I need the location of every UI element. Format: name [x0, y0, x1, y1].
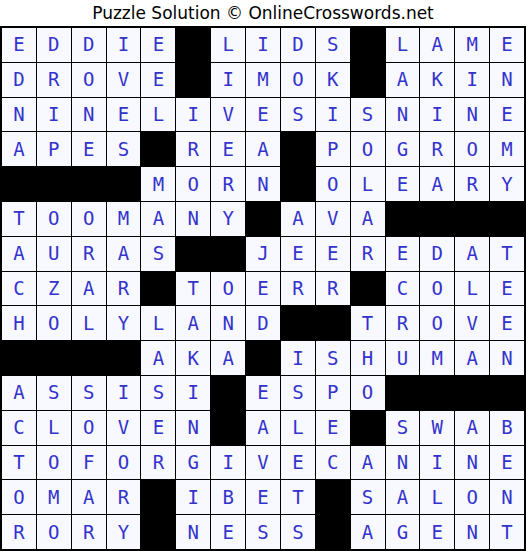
cell-r4c4: S: [107, 132, 141, 166]
cell-r9c11: T: [351, 306, 385, 340]
cell-r7c10: E: [316, 237, 350, 271]
cell-r4c11: O: [351, 132, 385, 166]
cell-r1c8: I: [246, 28, 280, 62]
cell-r3c15: E: [490, 98, 524, 132]
cell-r15c13: E: [420, 515, 454, 549]
cell-r11c11: O: [351, 376, 385, 410]
cell-r8c10: R: [316, 272, 350, 306]
cell-r3c6: I: [176, 98, 210, 132]
cell-r15c9: S: [281, 515, 315, 549]
cell-r13c11: A: [351, 446, 385, 480]
cell-r3c11: S: [351, 98, 385, 132]
cell-r8c2: Z: [37, 272, 71, 306]
cell-r11c4: I: [107, 376, 141, 410]
cell-r1c15: E: [490, 28, 524, 62]
cell-r14c8: E: [246, 480, 280, 514]
cell-r1c13: A: [420, 28, 454, 62]
cell-r4c8: A: [246, 132, 280, 166]
cell-r13c13: I: [420, 446, 454, 480]
cell-r3c13: I: [420, 98, 454, 132]
cell-r3c2: I: [37, 98, 71, 132]
cell-r4c14: O: [455, 132, 489, 166]
black-cell-r14c10: [316, 480, 350, 514]
black-cell-r4c5: [141, 132, 175, 166]
cell-r2c15: N: [490, 63, 524, 97]
cell-r4c6: R: [176, 132, 210, 166]
cell-r9c12: R: [386, 306, 420, 340]
black-cell-r10c3: [72, 341, 106, 375]
cell-r4c12: G: [386, 132, 420, 166]
cell-r13c8: V: [246, 446, 280, 480]
cell-r12c5: E: [141, 411, 175, 445]
cell-r13c15: E: [490, 446, 524, 480]
cell-r14c6: I: [176, 480, 210, 514]
cell-r12c9: L: [281, 411, 315, 445]
cell-r8c7: O: [211, 272, 245, 306]
cell-r14c12: A: [386, 480, 420, 514]
cell-r11c1: A: [2, 376, 36, 410]
cell-r7c2: U: [37, 237, 71, 271]
cell-r12c6: N: [176, 411, 210, 445]
cell-r14c9: T: [281, 480, 315, 514]
black-cell-r9c9: [281, 306, 315, 340]
black-cell-r10c2: [37, 341, 71, 375]
black-cell-r4c9: [281, 132, 315, 166]
black-cell-r11c14: [455, 376, 489, 410]
cell-r6c5: A: [141, 202, 175, 236]
cell-r1c5: E: [141, 28, 175, 62]
black-cell-r9c10: [316, 306, 350, 340]
cell-r13c1: T: [2, 446, 36, 480]
cell-r1c12: L: [386, 28, 420, 62]
cell-r7c5: S: [141, 237, 175, 271]
cell-r2c12: A: [386, 63, 420, 97]
crossword-grid: EDDIELIDSLAMEDROVEIMOKAKINNINELIVESISNIN…: [0, 26, 526, 551]
cell-r5c8: N: [246, 167, 280, 201]
black-cell-r8c5: [141, 272, 175, 306]
cell-r3c3: N: [72, 98, 106, 132]
cell-r15c6: N: [176, 515, 210, 549]
cell-r3c14: N: [455, 98, 489, 132]
cell-r10c15: N: [490, 341, 524, 375]
cell-r2c14: I: [455, 63, 489, 97]
cell-r12c3: O: [72, 411, 106, 445]
cell-r9c14: V: [455, 306, 489, 340]
cell-r14c1: O: [2, 480, 36, 514]
cell-r9c15: E: [490, 306, 524, 340]
black-cell-r5c1: [2, 167, 36, 201]
cell-r8c6: T: [176, 272, 210, 306]
black-cell-r2c6: [176, 63, 210, 97]
cell-r14c13: L: [420, 480, 454, 514]
black-cell-r1c11: [351, 28, 385, 62]
cell-r6c6: N: [176, 202, 210, 236]
black-cell-r11c15: [490, 376, 524, 410]
black-cell-r5c2: [37, 167, 71, 201]
cell-r13c10: C: [316, 446, 350, 480]
cell-r10c13: M: [420, 341, 454, 375]
cell-r3c1: N: [2, 98, 36, 132]
cell-r15c1: R: [2, 515, 36, 549]
cell-r9c6: A: [176, 306, 210, 340]
black-cell-r6c14: [455, 202, 489, 236]
cell-r14c7: B: [211, 480, 245, 514]
cell-r12c1: C: [2, 411, 36, 445]
cell-r15c14: N: [455, 515, 489, 549]
cell-r7c9: E: [281, 237, 315, 271]
cell-r1c9: D: [281, 28, 315, 62]
cell-r13c3: F: [72, 446, 106, 480]
cell-r3c12: N: [386, 98, 420, 132]
cell-r3c8: E: [246, 98, 280, 132]
black-cell-r5c3: [72, 167, 106, 201]
cell-r4c3: E: [72, 132, 106, 166]
cell-r4c13: R: [420, 132, 454, 166]
black-cell-r14c5: [141, 480, 175, 514]
black-cell-r6c13: [420, 202, 454, 236]
cell-r9c13: O: [420, 306, 454, 340]
black-cell-r7c7: [211, 237, 245, 271]
cell-r11c8: E: [246, 376, 280, 410]
cell-r3c5: L: [141, 98, 175, 132]
cell-r13c4: O: [107, 446, 141, 480]
cell-r11c5: S: [141, 376, 175, 410]
cell-r11c9: S: [281, 376, 315, 410]
cell-r5c5: M: [141, 167, 175, 201]
cell-r7c12: E: [386, 237, 420, 271]
cell-r9c2: O: [37, 306, 71, 340]
cell-r1c3: D: [72, 28, 106, 62]
cell-r9c3: L: [72, 306, 106, 340]
cell-r1c1: E: [2, 28, 36, 62]
black-cell-r8c11: [351, 272, 385, 306]
cell-r6c1: T: [2, 202, 36, 236]
cell-r6c11: A: [351, 202, 385, 236]
cell-r9c8: D: [246, 306, 280, 340]
cell-r5c12: E: [386, 167, 420, 201]
cell-r2c7: I: [211, 63, 245, 97]
cell-r7c3: R: [72, 237, 106, 271]
cell-r12c12: S: [386, 411, 420, 445]
cell-r5c15: Y: [490, 167, 524, 201]
cell-r12c15: B: [490, 411, 524, 445]
cell-r9c5: L: [141, 306, 175, 340]
cell-r12c13: W: [420, 411, 454, 445]
cell-r7c13: D: [420, 237, 454, 271]
cell-r13c12: N: [386, 446, 420, 480]
cell-r10c5: A: [141, 341, 175, 375]
cell-r2c10: K: [316, 63, 350, 97]
cell-r1c7: L: [211, 28, 245, 62]
cell-r9c4: Y: [107, 306, 141, 340]
cell-r13c5: R: [141, 446, 175, 480]
cell-r13c9: E: [281, 446, 315, 480]
title-bar: Puzzle Solution © OnlineCrosswords.net: [0, 0, 526, 26]
cell-r11c6: I: [176, 376, 210, 410]
cell-r12c2: L: [37, 411, 71, 445]
cell-r2c4: V: [107, 63, 141, 97]
cell-r15c3: R: [72, 515, 106, 549]
black-cell-r15c10: [316, 515, 350, 549]
cell-r4c1: A: [2, 132, 36, 166]
cell-r9c1: H: [2, 306, 36, 340]
cell-r4c2: P: [37, 132, 71, 166]
cell-r10c7: A: [211, 341, 245, 375]
cell-r8c9: R: [281, 272, 315, 306]
cell-r10c11: H: [351, 341, 385, 375]
puzzle-solution-page: Puzzle Solution © OnlineCrosswords.net E…: [0, 0, 526, 551]
cell-r2c13: K: [420, 63, 454, 97]
cell-r15c7: E: [211, 515, 245, 549]
black-cell-r10c8: [246, 341, 280, 375]
cell-r5c6: O: [176, 167, 210, 201]
cell-r13c2: O: [37, 446, 71, 480]
cell-r15c2: O: [37, 515, 71, 549]
cell-r5c11: L: [351, 167, 385, 201]
cell-r14c11: S: [351, 480, 385, 514]
cell-r6c3: O: [72, 202, 106, 236]
cell-r3c10: I: [316, 98, 350, 132]
black-cell-r11c12: [386, 376, 420, 410]
cell-r12c14: A: [455, 411, 489, 445]
cell-r15c15: T: [490, 515, 524, 549]
cell-r14c2: M: [37, 480, 71, 514]
cell-r3c7: V: [211, 98, 245, 132]
cell-r3c9: S: [281, 98, 315, 132]
black-cell-r1c6: [176, 28, 210, 62]
cell-r12c8: A: [246, 411, 280, 445]
cell-r13c6: G: [176, 446, 210, 480]
cell-r14c4: R: [107, 480, 141, 514]
cell-r3c4: E: [107, 98, 141, 132]
cell-r2c1: D: [2, 63, 36, 97]
cell-r6c10: V: [316, 202, 350, 236]
cell-r2c5: E: [141, 63, 175, 97]
black-cell-r5c9: [281, 167, 315, 201]
cell-r6c9: A: [281, 202, 315, 236]
cell-r10c12: U: [386, 341, 420, 375]
black-cell-r7c6: [176, 237, 210, 271]
black-cell-r12c11: [351, 411, 385, 445]
cell-r8c3: A: [72, 272, 106, 306]
cell-r6c4: M: [107, 202, 141, 236]
cell-r14c3: A: [72, 480, 106, 514]
cell-r12c10: E: [316, 411, 350, 445]
cell-r13c7: I: [211, 446, 245, 480]
black-cell-r6c8: [246, 202, 280, 236]
cell-r10c9: I: [281, 341, 315, 375]
cell-r8c13: O: [420, 272, 454, 306]
cell-r5c14: R: [455, 167, 489, 201]
black-cell-r10c4: [107, 341, 141, 375]
cell-r15c11: A: [351, 515, 385, 549]
cell-r11c3: S: [72, 376, 106, 410]
cell-r7c4: A: [107, 237, 141, 271]
black-cell-r6c12: [386, 202, 420, 236]
black-cell-r10c1: [2, 341, 36, 375]
cell-r6c2: O: [37, 202, 71, 236]
cell-r9c7: N: [211, 306, 245, 340]
cell-r14c14: O: [455, 480, 489, 514]
cell-r7c14: A: [455, 237, 489, 271]
cell-r14c15: N: [490, 480, 524, 514]
cell-r4c7: E: [211, 132, 245, 166]
black-cell-r2c11: [351, 63, 385, 97]
cell-r11c10: P: [316, 376, 350, 410]
black-cell-r12c7: [211, 411, 245, 445]
cell-r7c15: T: [490, 237, 524, 271]
cell-r7c11: R: [351, 237, 385, 271]
black-cell-r11c7: [211, 376, 245, 410]
cell-r1c14: M: [455, 28, 489, 62]
cell-r7c1: A: [2, 237, 36, 271]
cell-r12c4: V: [107, 411, 141, 445]
cell-r2c9: O: [281, 63, 315, 97]
cell-r1c10: S: [316, 28, 350, 62]
cell-r4c15: M: [490, 132, 524, 166]
cell-r10c6: K: [176, 341, 210, 375]
cell-r1c4: I: [107, 28, 141, 62]
black-cell-r6c15: [490, 202, 524, 236]
black-cell-r11c13: [420, 376, 454, 410]
page-title: Puzzle Solution © OnlineCrosswords.net: [92, 3, 434, 23]
cell-r8c15: E: [490, 272, 524, 306]
cell-r8c14: L: [455, 272, 489, 306]
cell-r13c14: N: [455, 446, 489, 480]
cell-r8c1: C: [2, 272, 36, 306]
cell-r2c8: M: [246, 63, 280, 97]
cell-r1c2: D: [37, 28, 71, 62]
cell-r8c8: E: [246, 272, 280, 306]
cell-r7c8: J: [246, 237, 280, 271]
cell-r5c10: O: [316, 167, 350, 201]
cell-r15c4: Y: [107, 515, 141, 549]
cell-r15c12: G: [386, 515, 420, 549]
cell-r2c2: R: [37, 63, 71, 97]
cell-r5c7: R: [211, 167, 245, 201]
cell-r10c14: A: [455, 341, 489, 375]
cell-r2c3: O: [72, 63, 106, 97]
black-cell-r15c5: [141, 515, 175, 549]
cell-r4c10: P: [316, 132, 350, 166]
cell-r8c12: C: [386, 272, 420, 306]
cell-r5c13: A: [420, 167, 454, 201]
cell-r15c8: S: [246, 515, 280, 549]
cell-r8c4: R: [107, 272, 141, 306]
black-cell-r5c4: [107, 167, 141, 201]
cell-r10c10: S: [316, 341, 350, 375]
cell-r6c7: Y: [211, 202, 245, 236]
cell-r11c2: S: [37, 376, 71, 410]
